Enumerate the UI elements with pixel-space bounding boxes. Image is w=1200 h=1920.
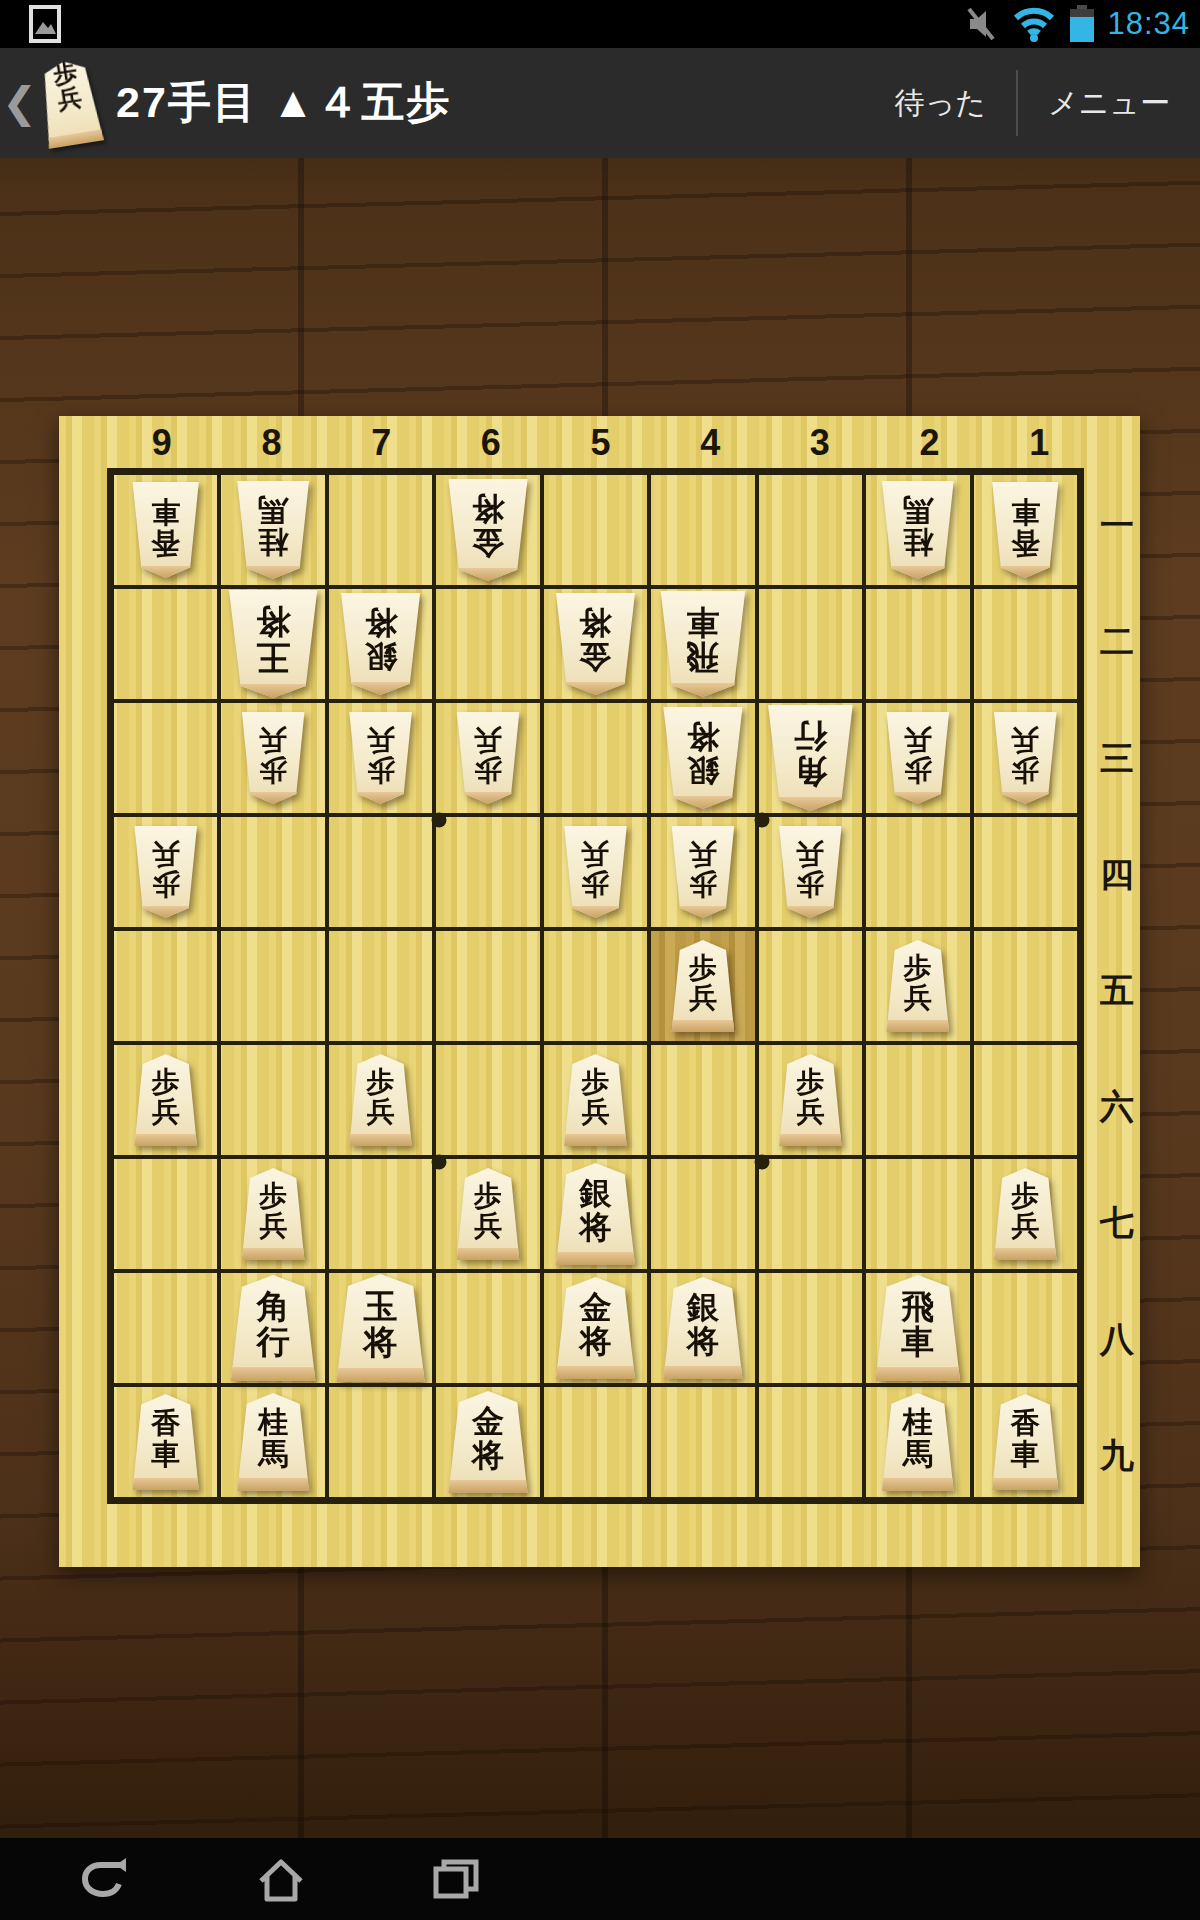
cell-81[interactable]: 桂馬	[219, 473, 326, 587]
cell-12[interactable]	[972, 587, 1079, 701]
piece-25-歩兵[interactable]: 歩兵	[884, 940, 952, 1032]
piece-69-金将[interactable]: 金将	[445, 1391, 531, 1493]
cell-91[interactable]: 香車	[112, 473, 219, 587]
cell-29[interactable]: 桂馬	[864, 1385, 971, 1499]
piece-23-歩兵[interactable]: 歩兵	[884, 712, 952, 804]
piece-28-飛車[interactable]: 飛車	[872, 1275, 964, 1381]
rank-label-7: 七	[1094, 1165, 1140, 1281]
cell-67[interactable]: 歩兵	[434, 1157, 541, 1271]
rank-label-4: 四	[1094, 817, 1140, 933]
cell-38[interactable]	[757, 1271, 864, 1385]
cell-66[interactable]	[434, 1043, 541, 1157]
piece-54-歩兵[interactable]: 歩兵	[561, 826, 629, 918]
file-label-2: 2	[875, 418, 985, 466]
cell-39[interactable]	[757, 1385, 864, 1499]
piece-94-歩兵[interactable]: 歩兵	[132, 826, 200, 918]
cell-71[interactable]	[327, 473, 434, 587]
cell-44[interactable]: 歩兵	[649, 815, 756, 929]
menu-button[interactable]: メニュー	[1018, 48, 1200, 158]
piece-96-歩兵[interactable]: 歩兵	[132, 1054, 200, 1146]
clock: 18:34	[1107, 6, 1190, 42]
cell-86[interactable]	[219, 1043, 326, 1157]
cell-56[interactable]: 歩兵	[542, 1043, 649, 1157]
piece-48-銀将[interactable]: 銀将	[660, 1277, 746, 1379]
cell-93[interactable]	[112, 701, 219, 815]
cell-24[interactable]	[864, 815, 971, 929]
cell-84[interactable]	[219, 815, 326, 929]
board-grid: 香車桂馬金将桂馬香車王将銀将金将飛車歩兵歩兵歩兵銀将角行歩兵歩兵歩兵歩兵歩兵歩兵…	[107, 468, 1084, 1504]
rank-label-2: 二	[1094, 584, 1140, 700]
cell-25[interactable]: 歩兵	[864, 929, 971, 1043]
file-label-4: 4	[655, 418, 765, 466]
cell-75[interactable]	[327, 929, 434, 1043]
screen: 18:34 ❮ 歩兵 27手目 ▲４五歩 待った メニュー 987654321 …	[0, 0, 1200, 1920]
cell-68[interactable]	[434, 1271, 541, 1385]
pawn-piece-icon: 歩兵	[34, 57, 106, 149]
piece-89-桂馬[interactable]: 桂馬	[234, 1393, 312, 1491]
cell-74[interactable]	[327, 815, 434, 929]
piece-29-桂馬[interactable]: 桂馬	[879, 1393, 957, 1491]
back-icon[interactable]	[79, 1855, 135, 1903]
piece-83-歩兵[interactable]: 歩兵	[239, 712, 307, 804]
cell-27[interactable]	[864, 1157, 971, 1271]
piece-88-角行[interactable]: 角行	[227, 1275, 319, 1381]
file-label-5: 5	[546, 418, 656, 466]
cell-94[interactable]: 歩兵	[112, 815, 219, 929]
piece-61-金将[interactable]: 金将	[445, 479, 531, 581]
cell-59[interactable]	[542, 1385, 649, 1499]
cell-41[interactable]	[649, 473, 756, 587]
cell-33[interactable]: 角行	[757, 701, 864, 815]
cell-28[interactable]: 飛車	[864, 1271, 971, 1385]
cell-89[interactable]: 桂馬	[219, 1385, 326, 1499]
piece-36-歩兵[interactable]: 歩兵	[776, 1054, 844, 1146]
cell-99[interactable]: 香車	[112, 1385, 219, 1499]
cell-54[interactable]: 歩兵	[542, 815, 649, 929]
cell-13[interactable]: 歩兵	[972, 701, 1079, 815]
piece-45-歩兵[interactable]: 歩兵	[669, 940, 737, 1032]
cell-77[interactable]	[327, 1157, 434, 1271]
piece-99-香車[interactable]: 香車	[130, 1394, 202, 1490]
cell-69[interactable]: 金将	[434, 1385, 541, 1499]
recents-icon[interactable]	[429, 1855, 485, 1903]
piece-21-桂馬[interactable]: 桂馬	[879, 481, 957, 579]
rank-label-5: 五	[1094, 933, 1140, 1049]
file-label-1: 1	[984, 418, 1094, 466]
piece-56-歩兵[interactable]: 歩兵	[561, 1054, 629, 1146]
cell-35[interactable]	[757, 929, 864, 1043]
cell-62[interactable]	[434, 587, 541, 701]
cell-98[interactable]	[112, 1271, 219, 1385]
rank-labels: 一二三四五六七八九	[1094, 468, 1140, 1514]
cell-64[interactable]	[434, 815, 541, 929]
cell-22[interactable]	[864, 587, 971, 701]
rank-label-9: 九	[1094, 1398, 1140, 1514]
piece-11-香車[interactable]: 香車	[989, 482, 1061, 578]
piece-34-歩兵[interactable]: 歩兵	[776, 826, 844, 918]
cell-65[interactable]	[434, 929, 541, 1043]
cell-63[interactable]: 歩兵	[434, 701, 541, 815]
cell-14[interactable]	[972, 815, 1079, 929]
cell-97[interactable]	[112, 1157, 219, 1271]
cell-46[interactable]	[649, 1043, 756, 1157]
piece-73-歩兵[interactable]: 歩兵	[347, 712, 415, 804]
piece-19-香車[interactable]: 香車	[989, 1394, 1061, 1490]
mute-icon	[965, 6, 999, 42]
cell-52[interactable]: 金将	[542, 587, 649, 701]
cell-61[interactable]: 金将	[434, 473, 541, 587]
cell-16[interactable]	[972, 1043, 1079, 1157]
cell-53[interactable]	[542, 701, 649, 815]
cell-85[interactable]	[219, 929, 326, 1043]
cell-42[interactable]: 飛車	[649, 587, 756, 701]
undo-button[interactable]: 待った	[864, 48, 1015, 158]
piece-82-王将[interactable]: 王将	[225, 590, 321, 698]
app-bar: ❮ 歩兵 27手目 ▲４五歩 待った メニュー	[0, 48, 1200, 158]
piece-72-銀将[interactable]: 銀将	[338, 593, 424, 695]
navigation-bar	[0, 1838, 1200, 1920]
cell-95[interactable]	[112, 929, 219, 1043]
piece-81-桂馬[interactable]: 桂馬	[234, 481, 312, 579]
cell-73[interactable]: 歩兵	[327, 701, 434, 815]
cell-15[interactable]	[972, 929, 1079, 1043]
piece-42-飛車[interactable]: 飛車	[657, 591, 749, 697]
file-label-8: 8	[217, 418, 327, 466]
cell-82[interactable]: 王将	[219, 587, 326, 701]
file-label-7: 7	[326, 418, 436, 466]
star-point	[754, 813, 769, 828]
wifi-icon	[1011, 5, 1057, 43]
cell-37[interactable]	[757, 1157, 864, 1271]
piece-13-歩兵[interactable]: 歩兵	[991, 712, 1059, 804]
cell-76[interactable]: 歩兵	[327, 1043, 434, 1157]
rank-label-6: 六	[1094, 1049, 1140, 1165]
star-point	[754, 1155, 769, 1170]
page-title: 27手目 ▲４五歩	[116, 74, 451, 132]
cell-23[interactable]: 歩兵	[864, 701, 971, 815]
piece-91-香車[interactable]: 香車	[130, 482, 202, 578]
cell-78[interactable]: 玉将	[327, 1271, 434, 1385]
piece-63-歩兵[interactable]: 歩兵	[454, 712, 522, 804]
battery-icon	[1069, 5, 1095, 43]
rank-label-1: 一	[1094, 468, 1140, 584]
star-point	[432, 813, 447, 828]
cell-58[interactable]: 金将	[542, 1271, 649, 1385]
cell-11[interactable]: 香車	[972, 473, 1079, 587]
cell-21[interactable]: 桂馬	[864, 473, 971, 587]
piece-87-歩兵[interactable]: 歩兵	[239, 1168, 307, 1260]
piece-78-玉将[interactable]: 玉将	[333, 1274, 429, 1382]
cell-45[interactable]: 歩兵	[649, 929, 756, 1043]
rank-label-8: 八	[1094, 1282, 1140, 1398]
rank-label-3: 三	[1094, 700, 1140, 816]
back-chevron[interactable]: ❮	[2, 48, 32, 158]
gallery-notification-icon	[28, 4, 62, 44]
cell-47[interactable]	[649, 1157, 756, 1271]
piece-44-歩兵[interactable]: 歩兵	[669, 826, 737, 918]
cell-57[interactable]: 銀将	[542, 1157, 649, 1271]
cell-96[interactable]: 歩兵	[112, 1043, 219, 1157]
cell-17[interactable]: 歩兵	[972, 1157, 1079, 1271]
cell-72[interactable]: 銀将	[327, 587, 434, 701]
home-icon[interactable]	[253, 1855, 309, 1903]
cell-49[interactable]	[649, 1385, 756, 1499]
cell-83[interactable]: 歩兵	[219, 701, 326, 815]
cell-43[interactable]: 銀将	[649, 701, 756, 815]
cell-36[interactable]: 歩兵	[757, 1043, 864, 1157]
piece-17-歩兵[interactable]: 歩兵	[991, 1168, 1059, 1260]
cell-79[interactable]	[327, 1385, 434, 1499]
cell-55[interactable]	[542, 929, 649, 1043]
piece-43-銀将[interactable]: 銀将	[660, 707, 746, 809]
status-bar: 18:34	[0, 0, 1200, 48]
file-label-9: 9	[107, 418, 217, 466]
cell-48[interactable]: 銀将	[649, 1271, 756, 1385]
piece-52-金将[interactable]: 金将	[552, 593, 638, 695]
file-label-3: 3	[765, 418, 875, 466]
cell-18[interactable]	[972, 1271, 1079, 1385]
piece-76-歩兵[interactable]: 歩兵	[347, 1054, 415, 1146]
cell-31[interactable]	[757, 473, 864, 587]
piece-33-角行[interactable]: 角行	[764, 705, 856, 811]
shogi-board: 987654321 一二三四五六七八九 香車桂馬金将桂馬香車王将銀将金将飛車歩兵…	[59, 416, 1140, 1567]
cell-32[interactable]	[757, 587, 864, 701]
cell-87[interactable]: 歩兵	[219, 1157, 326, 1271]
cell-88[interactable]: 角行	[219, 1271, 326, 1385]
file-labels: 987654321	[107, 418, 1094, 466]
cell-51[interactable]	[542, 473, 649, 587]
file-label-6: 6	[436, 418, 546, 466]
piece-58-金将[interactable]: 金将	[552, 1277, 638, 1379]
cell-19[interactable]: 香車	[972, 1385, 1079, 1499]
cell-34[interactable]: 歩兵	[757, 815, 864, 929]
star-point	[432, 1155, 447, 1170]
cell-26[interactable]	[864, 1043, 971, 1157]
piece-57-銀将[interactable]: 銀将	[552, 1163, 638, 1265]
cell-92[interactable]	[112, 587, 219, 701]
piece-67-歩兵[interactable]: 歩兵	[454, 1168, 522, 1260]
